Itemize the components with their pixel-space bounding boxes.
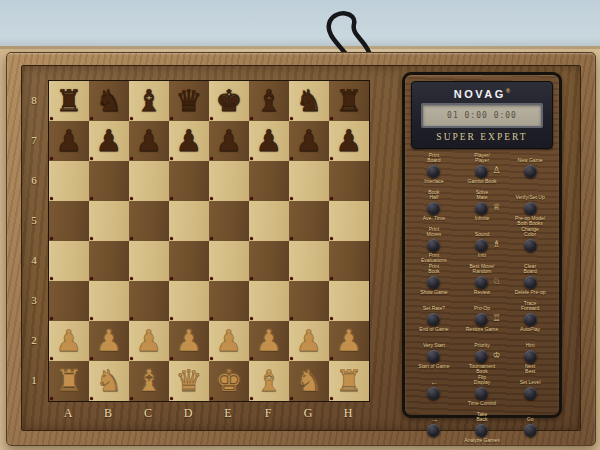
file-label-a: A [48, 406, 88, 421]
square-b6[interactable] [89, 161, 129, 201]
key-cell: Pro-Op♖Restore Game [457, 301, 507, 338]
led-indicator [330, 277, 333, 280]
key-label-top: Player/ Player [474, 153, 490, 164]
key-label-bottom: Review [474, 290, 490, 301]
file-label-b: B [88, 406, 128, 421]
square-e6[interactable] [209, 161, 249, 201]
led-indicator [90, 277, 93, 280]
led-indicator [330, 237, 333, 240]
piece-white-pawn[interactable]: ♟ [49, 321, 89, 361]
piece-white-rook[interactable]: ♜ [49, 361, 89, 401]
square-g8[interactable]: ♞ [289, 81, 329, 121]
key-label-top: Trace Forward [521, 301, 539, 312]
file-labels: ABCDEFGH [48, 406, 368, 428]
led-indicator [170, 277, 173, 280]
square-h3[interactable] [329, 281, 369, 321]
square-d4[interactable] [169, 241, 209, 281]
key-cell: Very StartStart of Game [411, 338, 457, 375]
square-h4[interactable] [329, 241, 369, 281]
key-label-top: Print Board [427, 153, 440, 164]
square-e8[interactable]: ♚ [209, 81, 249, 121]
square-f4[interactable] [249, 241, 289, 281]
key-label-top: ← [430, 375, 438, 386]
square-a5[interactable] [49, 201, 89, 241]
panel-key-hint[interactable] [524, 350, 537, 363]
piece-white-bishop[interactable]: ♝ [129, 361, 169, 401]
panel-key-go[interactable] [524, 424, 537, 437]
key-label-top: Pro-Op [474, 301, 490, 312]
rank-label-5: 5 [22, 200, 46, 240]
square-c1[interactable]: ♝ [129, 361, 169, 401]
square-d5[interactable] [169, 201, 209, 241]
key-wrap [524, 312, 537, 327]
setup-piece-symbol-icon: ♖ [492, 314, 500, 323]
panel-key-new-game[interactable] [524, 165, 537, 178]
led-indicator [330, 197, 333, 200]
key-wrap: ♔ [475, 349, 488, 364]
key-label-top: Flip Display [474, 375, 490, 386]
square-e5[interactable] [209, 201, 249, 241]
led-indicator [130, 277, 133, 280]
led-indicator [50, 237, 53, 240]
key-label-top: Sound [475, 227, 489, 238]
key-cell: Print BoardInterface [411, 153, 457, 190]
key-label-bottom: Pre-op Mode/ Both Books [515, 216, 545, 227]
key-cell: → [411, 412, 457, 449]
key-label-bottom: Gambit Book [468, 179, 497, 190]
key-cell: Book HalfAve. Time [411, 190, 457, 227]
square-f5[interactable] [249, 201, 289, 241]
panel-key-←[interactable] [427, 387, 440, 400]
piece-white-knight[interactable]: ♞ [289, 361, 329, 401]
rank-label-3: 3 [22, 280, 46, 320]
square-f8[interactable]: ♝ [249, 81, 289, 121]
key-wrap [427, 201, 440, 216]
key-label-top: Verify/Set Up [516, 190, 545, 201]
square-g6[interactable] [289, 161, 329, 201]
key-row-3: Print MovesPrint EvaluationsSound♗InfoCh… [411, 227, 553, 264]
key-cell: Trace ForwardAutoPlay [507, 301, 553, 338]
square-e7[interactable]: ♟ [209, 121, 249, 161]
chess-computer-board: ♜♞♝♛♚♝♞♜♟♟♟♟♟♟♟♟♟♟♟♟♟♟♟♟♜♞♝♛♚♝♞♜ ABCDEFG… [6, 52, 596, 446]
key-cell: Set Level [507, 375, 553, 412]
panel-key-best-move-random[interactable] [475, 276, 488, 289]
key-grid: Print BoardInterfacePlayer/ Player♙Gambi… [411, 153, 553, 449]
key-wrap [427, 275, 440, 290]
key-wrap [475, 423, 488, 438]
piece-black-pawn[interactable]: ♟ [329, 121, 369, 161]
key-label-top: Book Half [428, 190, 439, 201]
key-wrap [524, 423, 537, 438]
key-wrap: ♖ [475, 312, 488, 327]
key-wrap [524, 349, 537, 364]
square-b1[interactable]: ♞ [89, 361, 129, 401]
control-panel: NOVAG® 01 0:00 0:00 SUPER EXPERT Print B… [402, 72, 562, 418]
square-f2[interactable]: ♟ [249, 321, 289, 361]
key-label-bottom: End of Game [419, 327, 448, 338]
square-b4[interactable] [89, 241, 129, 281]
led-indicator [290, 317, 293, 320]
key-row-2: Book HalfAve. TimeSolve Mate♕InfiniteVer… [411, 190, 553, 227]
key-label-bottom: Next Best [525, 364, 535, 375]
led-indicator [170, 237, 173, 240]
led-indicator [130, 317, 133, 320]
rank-labels: 87654321 [22, 80, 48, 400]
led-indicator [90, 197, 93, 200]
key-cell: Set Rate?End of Game [411, 301, 457, 338]
square-e2[interactable]: ♟ [209, 321, 249, 361]
key-label-top: Change Color [521, 227, 539, 238]
lcd-display: 01 0:00 0:00 [421, 103, 543, 128]
square-h6[interactable] [329, 161, 369, 201]
square-a2[interactable]: ♟ [49, 321, 89, 361]
led-indicator [290, 277, 293, 280]
square-g2[interactable]: ♟ [289, 321, 329, 361]
led-indicator [250, 277, 253, 280]
key-label-top: Set Level [520, 375, 541, 386]
key-wrap [427, 164, 440, 179]
led-indicator [250, 197, 253, 200]
rank-label-6: 6 [22, 160, 46, 200]
square-b7[interactable]: ♟ [89, 121, 129, 161]
led-indicator [250, 317, 253, 320]
key-label-bottom: Infinite [475, 216, 490, 227]
square-f7[interactable]: ♟ [249, 121, 289, 161]
panel-key-player-player[interactable] [475, 165, 488, 178]
square-h7[interactable]: ♟ [329, 121, 369, 161]
panel-key-priority[interactable] [475, 350, 488, 363]
piece-black-pawn[interactable]: ♟ [289, 121, 329, 161]
display-bezel: NOVAG® 01 0:00 0:00 SUPER EXPERT [411, 81, 553, 149]
key-wrap [427, 349, 440, 364]
square-h8[interactable]: ♜ [329, 81, 369, 121]
key-label-bottom: Time Control [468, 401, 496, 412]
key-label-top: Best Move/ Random [469, 264, 494, 275]
key-label-bottom: Info [478, 253, 486, 264]
led-indicator [210, 277, 213, 280]
key-label-top: Take Back [476, 412, 487, 423]
key-label-top: Priority [474, 338, 490, 349]
file-label-f: F [248, 406, 288, 421]
piece-black-queen[interactable]: ♛ [169, 81, 209, 121]
file-label-d: D [168, 406, 208, 421]
piece-white-bishop[interactable]: ♝ [249, 361, 289, 401]
key-cell: Player/ Player♙Gambit Book [457, 153, 507, 190]
piece-black-pawn[interactable]: ♟ [49, 121, 89, 161]
square-b2[interactable]: ♟ [89, 321, 129, 361]
key-label-top: Very Start [423, 338, 445, 349]
key-wrap [524, 238, 537, 253]
led-indicator [90, 317, 93, 320]
square-a7[interactable]: ♟ [49, 121, 89, 161]
key-label-bottom: Tournament Book [469, 364, 495, 375]
square-e4[interactable] [209, 241, 249, 281]
panel-key-very-start[interactable] [427, 350, 440, 363]
square-g7[interactable]: ♟ [289, 121, 329, 161]
square-g4[interactable] [289, 241, 329, 281]
key-label-top: Clear Board [523, 264, 536, 275]
led-indicator [130, 197, 133, 200]
square-f6[interactable] [249, 161, 289, 201]
piece-black-rook[interactable]: ♜ [329, 81, 369, 121]
key-wrap [524, 386, 537, 401]
panel-key-change-color[interactable] [524, 239, 537, 252]
key-row-8: →Take BackAnalyze GamesGo [411, 412, 553, 449]
rank-label-8: 8 [22, 80, 46, 120]
square-c3[interactable] [129, 281, 169, 321]
key-wrap [427, 238, 440, 253]
square-h1[interactable]: ♜ [329, 361, 369, 401]
square-g3[interactable] [289, 281, 329, 321]
led-indicator [130, 237, 133, 240]
key-row-4: Print BookShow GameBest Move/ Random♘Rev… [411, 264, 553, 301]
square-g5[interactable] [289, 201, 329, 241]
key-wrap: ♘ [475, 275, 488, 290]
led-indicator [210, 237, 213, 240]
panel-key-verify-set-up[interactable] [524, 202, 537, 215]
key-wrap [427, 423, 440, 438]
square-a4[interactable] [49, 241, 89, 281]
piece-black-rook[interactable]: ♜ [49, 81, 89, 121]
playing-area: ♜♞♝♛♚♝♞♜♟♟♟♟♟♟♟♟♟♟♟♟♟♟♟♟♜♞♝♛♚♝♞♜ [48, 80, 370, 402]
led-indicator [50, 277, 53, 280]
piece-white-pawn[interactable]: ♟ [129, 321, 169, 361]
piece-white-pawn[interactable]: ♟ [169, 321, 209, 361]
square-g1[interactable]: ♞ [289, 361, 329, 401]
key-row-1: Print BoardInterfacePlayer/ Player♙Gambi… [411, 153, 553, 190]
key-row-5: Set Rate?End of GamePro-Op♖Restore GameT… [411, 301, 553, 338]
led-indicator [170, 197, 173, 200]
key-wrap: ♗ [475, 238, 488, 253]
rank-label-2: 2 [22, 320, 46, 360]
key-cell: Flip DisplayTime Control [457, 375, 507, 412]
led-indicator [170, 317, 173, 320]
square-a1[interactable]: ♜ [49, 361, 89, 401]
key-cell: ← [411, 375, 457, 412]
piece-black-bishop[interactable]: ♝ [129, 81, 169, 121]
key-cell: Print MovesPrint Evaluations [411, 227, 457, 264]
panel-key-book-half[interactable] [427, 202, 440, 215]
piece-black-pawn[interactable]: ♟ [129, 121, 169, 161]
key-cell: HintNext Best [507, 338, 553, 375]
key-label-bottom: AutoPlay [520, 327, 540, 338]
square-c7[interactable]: ♟ [129, 121, 169, 161]
setup-piece-symbol-icon: ♙ [492, 166, 500, 175]
square-a8[interactable]: ♜ [49, 81, 89, 121]
led-indicator [210, 197, 213, 200]
panel-key-print-moves[interactable] [427, 239, 440, 252]
board-inner-surface: ♜♞♝♛♚♝♞♜♟♟♟♟♟♟♟♟♟♟♟♟♟♟♟♟♜♞♝♛♚♝♞♜ ABCDEFG… [21, 65, 581, 431]
piece-white-queen[interactable]: ♛ [169, 361, 209, 401]
piece-black-king[interactable]: ♚ [209, 81, 249, 121]
setup-piece-symbol-icon: ♘ [492, 277, 500, 286]
square-a6[interactable] [49, 161, 89, 201]
key-cell: Solve Mate♕Infinite [457, 190, 507, 227]
panel-key-solve-mate[interactable] [475, 202, 488, 215]
setup-piece-symbol-icon: ♗ [492, 240, 500, 249]
key-label-bottom: Interface [424, 179, 443, 190]
square-c4[interactable] [129, 241, 169, 281]
registered-mark: ® [506, 88, 510, 94]
square-d8[interactable]: ♛ [169, 81, 209, 121]
key-cell: Change Color [507, 227, 553, 264]
led-indicator [50, 317, 53, 320]
rank-label-1: 1 [22, 360, 46, 400]
square-d1[interactable]: ♛ [169, 361, 209, 401]
key-label-bottom: Restore Game [466, 327, 499, 338]
key-row-6: Very StartStart of GamePriority♔Tourname… [411, 338, 553, 375]
piece-white-king[interactable]: ♚ [209, 361, 249, 401]
key-cell: Priority♔Tournament Book [457, 338, 507, 375]
square-c2[interactable]: ♟ [129, 321, 169, 361]
piece-black-pawn[interactable]: ♟ [89, 121, 129, 161]
key-label-top: New Game [518, 153, 543, 164]
piece-black-pawn[interactable]: ♟ [249, 121, 289, 161]
square-h5[interactable] [329, 201, 369, 241]
key-cell: Clear BoardDelete Pre-op [507, 264, 553, 301]
led-indicator [250, 237, 253, 240]
rank-label-7: 7 [22, 120, 46, 160]
led-indicator [290, 237, 293, 240]
key-cell: Sound♗Info [457, 227, 507, 264]
model-name: SUPER EXPERT [418, 132, 546, 143]
file-label-e: E [208, 406, 248, 421]
square-a3[interactable] [49, 281, 89, 321]
square-f1[interactable]: ♝ [249, 361, 289, 401]
key-wrap [524, 275, 537, 290]
square-b3[interactable] [89, 281, 129, 321]
piece-black-pawn[interactable]: ♟ [209, 121, 249, 161]
panel-key-set-level[interactable] [524, 387, 537, 400]
key-label-bottom: Delete Pre-op [515, 290, 546, 301]
key-label-bottom: Show Game [420, 290, 448, 301]
panel-key-sound[interactable] [475, 239, 488, 252]
key-row-7: ←Flip DisplayTime ControlSet Level [411, 375, 553, 412]
file-label-h: H [328, 406, 368, 421]
key-label-top: Set Rate? [423, 301, 445, 312]
panel-key-print-board[interactable] [427, 165, 440, 178]
square-b5[interactable] [89, 201, 129, 241]
key-cell: New Game [507, 153, 553, 190]
piece-white-knight[interactable]: ♞ [89, 361, 129, 401]
square-f3[interactable] [249, 281, 289, 321]
panel-key-clear-board[interactable] [524, 276, 537, 289]
file-label-c: C [128, 406, 168, 421]
piece-black-bishop[interactable]: ♝ [249, 81, 289, 121]
square-e3[interactable] [209, 281, 249, 321]
square-d7[interactable]: ♟ [169, 121, 209, 161]
brand-logo: NOVAG® [418, 86, 546, 100]
panel-key-trace-forward[interactable] [524, 313, 537, 326]
key-wrap [524, 201, 537, 216]
key-cell: Verify/Set UpPre-op Mode/ Both Books [507, 190, 553, 227]
square-d3[interactable] [169, 281, 209, 321]
scene: ♜♞♝♛♚♝♞♜♟♟♟♟♟♟♟♟♟♟♟♟♟♟♟♟♜♞♝♛♚♝♞♜ ABCDEFG… [0, 0, 600, 450]
led-indicator [50, 197, 53, 200]
square-c6[interactable] [129, 161, 169, 201]
key-label-top: Solve Mate [476, 190, 489, 201]
piece-black-knight[interactable]: ♞ [289, 81, 329, 121]
key-label-top: Print Moves [427, 227, 442, 238]
key-label-bottom: Analyze Games [464, 438, 499, 449]
led-indicator [210, 317, 213, 320]
key-wrap [427, 312, 440, 327]
key-cell: Print BookShow Game [411, 264, 457, 301]
key-label-top: Go [527, 412, 534, 423]
key-label-bottom: Print Evaluations [421, 253, 447, 264]
key-label-bottom: Ave. Time [423, 216, 445, 227]
file-label-g: G [288, 406, 328, 421]
panel-key-set-rate-[interactable] [427, 313, 440, 326]
key-wrap: ♕ [475, 201, 488, 216]
key-cell: Take BackAnalyze Games [457, 412, 507, 449]
piece-white-rook[interactable]: ♜ [329, 361, 369, 401]
piece-black-pawn[interactable]: ♟ [169, 121, 209, 161]
key-wrap [524, 164, 537, 179]
piece-white-pawn[interactable]: ♟ [249, 321, 289, 361]
led-indicator [90, 237, 93, 240]
piece-white-pawn[interactable]: ♟ [289, 321, 329, 361]
panel-key-print-book[interactable] [427, 276, 440, 289]
key-label-top: Print Book [428, 264, 439, 275]
panel-key-pro-op[interactable] [475, 313, 488, 326]
key-label-top: Hint [526, 338, 535, 349]
piece-white-pawn[interactable]: ♟ [329, 321, 369, 361]
key-wrap: ♙ [475, 164, 488, 179]
key-wrap [427, 386, 440, 401]
piece-black-knight[interactable]: ♞ [89, 81, 129, 121]
square-c8[interactable]: ♝ [129, 81, 169, 121]
square-c5[interactable] [129, 201, 169, 241]
square-e1[interactable]: ♚ [209, 361, 249, 401]
setup-piece-symbol-icon: ♔ [492, 351, 500, 360]
key-wrap [475, 386, 488, 401]
led-indicator [330, 317, 333, 320]
square-d2[interactable]: ♟ [169, 321, 209, 361]
square-h2[interactable]: ♟ [329, 321, 369, 361]
piece-white-pawn[interactable]: ♟ [89, 321, 129, 361]
panel-key-→[interactable] [427, 424, 440, 437]
key-cell: Best Move/ Random♘Review [457, 264, 507, 301]
square-b8[interactable]: ♞ [89, 81, 129, 121]
piece-white-pawn[interactable]: ♟ [209, 321, 249, 361]
square-d6[interactable] [169, 161, 209, 201]
key-label-top: → [430, 412, 438, 423]
led-indicator [290, 197, 293, 200]
key-cell: Go [507, 412, 553, 449]
rank-label-4: 4 [22, 240, 46, 280]
key-label-bottom: Start of Game [418, 364, 449, 375]
panel-key-flip-display[interactable] [475, 387, 488, 400]
panel-key-take-back[interactable] [475, 424, 488, 437]
setup-piece-symbol-icon: ♕ [492, 203, 500, 212]
